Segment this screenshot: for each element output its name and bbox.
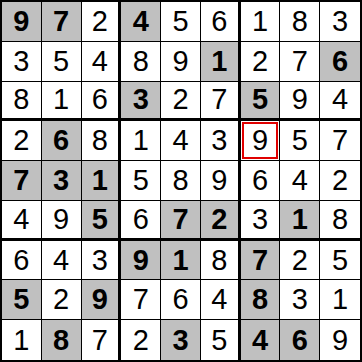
cell-r6c2[interactable]: 9 (42, 201, 82, 241)
cell-r4c9[interactable]: 7 (320, 121, 360, 161)
cell-r8c1[interactable]: 5 (2, 280, 42, 320)
cell-r2c3[interactable]: 4 (82, 42, 122, 82)
cell-r7c5[interactable]: 1 (161, 241, 201, 281)
cell-r4c2[interactable]: 6 (42, 121, 82, 161)
cell-r7c2[interactable]: 4 (42, 241, 82, 281)
cell-r7c1[interactable]: 6 (2, 241, 42, 281)
cell-r4c8[interactable]: 5 (280, 121, 320, 161)
cell-r6c1[interactable]: 4 (2, 201, 42, 241)
cell-r1c7[interactable]: 1 (241, 2, 281, 42)
cell-r3c3[interactable]: 6 (82, 82, 122, 122)
cell-r7c7[interactable]: 7 (241, 241, 281, 281)
cell-r9c6[interactable]: 5 (201, 320, 241, 360)
cell-r7c9[interactable]: 5 (320, 241, 360, 281)
cell-r5c2[interactable]: 3 (42, 161, 82, 201)
cell-r5c8[interactable]: 4 (280, 161, 320, 201)
cell-r6c9[interactable]: 8 (320, 201, 360, 241)
cell-r3c8[interactable]: 9 (280, 82, 320, 122)
cell-r7c3[interactable]: 3 (82, 241, 122, 281)
cell-r8c6[interactable]: 4 (201, 280, 241, 320)
cell-r2c8[interactable]: 7 (280, 42, 320, 82)
cell-r9c5[interactable]: 3 (161, 320, 201, 360)
cell-r3c1[interactable]: 8 (2, 82, 42, 122)
cell-r6c6[interactable]: 2 (201, 201, 241, 241)
cell-r1c1[interactable]: 9 (2, 2, 42, 42)
cell-r7c8[interactable]: 2 (280, 241, 320, 281)
cell-r6c5[interactable]: 7 (161, 201, 201, 241)
cell-r1c5[interactable]: 5 (161, 2, 201, 42)
cell-r1c6[interactable]: 6 (201, 2, 241, 42)
cell-r5c9[interactable]: 2 (320, 161, 360, 201)
cell-r6c3[interactable]: 5 (82, 201, 122, 241)
cell-r8c7[interactable]: 8 (241, 280, 281, 320)
cell-r4c4[interactable]: 1 (121, 121, 161, 161)
cell-r6c7[interactable]: 3 (241, 201, 281, 241)
cell-r8c8[interactable]: 3 (280, 280, 320, 320)
cell-r9c7[interactable]: 4 (241, 320, 281, 360)
cell-r1c2[interactable]: 7 (42, 2, 82, 42)
cell-r8c9[interactable]: 1 (320, 280, 360, 320)
cell-r3c6[interactable]: 7 (201, 82, 241, 122)
cell-r1c4[interactable]: 4 (121, 2, 161, 42)
cell-r1c3[interactable]: 2 (82, 2, 122, 42)
cell-r5c6[interactable]: 9 (201, 161, 241, 201)
cell-r5c5[interactable]: 8 (161, 161, 201, 201)
cell-r8c5[interactable]: 6 (161, 280, 201, 320)
cell-r3c4[interactable]: 3 (121, 82, 161, 122)
cell-r4c1[interactable]: 2 (2, 121, 42, 161)
cell-r3c5[interactable]: 2 (161, 82, 201, 122)
cell-r4c6[interactable]: 3 (201, 121, 241, 161)
cell-r1c8[interactable]: 8 (280, 2, 320, 42)
cell-r7c6[interactable]: 8 (201, 241, 241, 281)
cell-r2c2[interactable]: 5 (42, 42, 82, 82)
cell-r2c5[interactable]: 9 (161, 42, 201, 82)
cell-r2c1[interactable]: 3 (2, 42, 42, 82)
cell-r5c3[interactable]: 1 (82, 161, 122, 201)
cell-r8c2[interactable]: 2 (42, 280, 82, 320)
cell-r9c3[interactable]: 7 (82, 320, 122, 360)
cell-r5c4[interactable]: 5 (121, 161, 161, 201)
cell-r4c5[interactable]: 4 (161, 121, 201, 161)
cell-r9c2[interactable]: 8 (42, 320, 82, 360)
cell-r8c4[interactable]: 7 (121, 280, 161, 320)
cell-r4c7[interactable]: 9 (241, 121, 281, 161)
cell-r9c9[interactable]: 9 (320, 320, 360, 360)
cell-r5c7[interactable]: 6 (241, 161, 281, 201)
cell-r1c9[interactable]: 3 (320, 2, 360, 42)
cell-r9c1[interactable]: 1 (2, 320, 42, 360)
cell-r5c1[interactable]: 7 (2, 161, 42, 201)
cell-r2c4[interactable]: 8 (121, 42, 161, 82)
cell-r8c3[interactable]: 9 (82, 280, 122, 320)
cell-r9c8[interactable]: 6 (280, 320, 320, 360)
sudoku-board: 9724561833548912768163275942681439577315… (0, 0, 362, 362)
cell-r7c4[interactable]: 9 (121, 241, 161, 281)
cell-r2c7[interactable]: 2 (241, 42, 281, 82)
cell-r6c4[interactable]: 6 (121, 201, 161, 241)
cell-r3c9[interactable]: 4 (320, 82, 360, 122)
cell-r2c9[interactable]: 6 (320, 42, 360, 82)
cell-r6c8[interactable]: 1 (280, 201, 320, 241)
cell-r3c7[interactable]: 5 (241, 82, 281, 122)
cell-r2c6[interactable]: 1 (201, 42, 241, 82)
cell-r9c4[interactable]: 2 (121, 320, 161, 360)
cell-r4c3[interactable]: 8 (82, 121, 122, 161)
cell-r3c2[interactable]: 1 (42, 82, 82, 122)
